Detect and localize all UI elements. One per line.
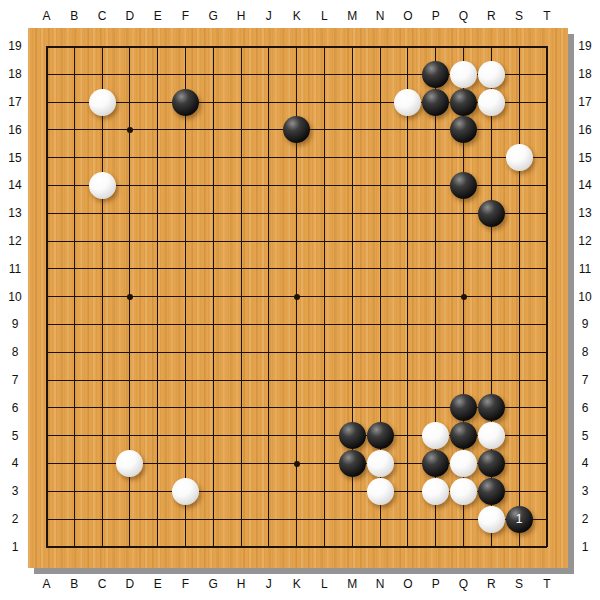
row-labels-left: 19181716151413121110987654321: [2, 33, 28, 561]
col-label-top-O: O: [394, 5, 422, 27]
intersection-M4: [338, 450, 366, 478]
row-label-right-5: 5: [572, 422, 598, 450]
intersection-D4: [116, 450, 144, 478]
stone-white-R18[interactable]: [478, 61, 505, 88]
col-label-bottom-D: D: [116, 573, 144, 595]
col-label-top-Q: Q: [450, 5, 478, 27]
stone-black-S2[interactable]: 1: [506, 506, 533, 533]
row-label-right-11: 11: [572, 255, 598, 283]
intersection-R17: [477, 88, 505, 116]
row-label-right-10: 10: [572, 283, 598, 311]
stone-white-P5[interactable]: [422, 422, 449, 449]
stone-black-P18[interactable]: [422, 61, 449, 88]
col-label-top-P: P: [422, 5, 450, 27]
row-label-left-7: 7: [2, 366, 28, 394]
col-label-top-E: E: [144, 5, 172, 27]
intersection-P17: [422, 88, 450, 116]
stone-black-Q17[interactable]: [450, 89, 477, 116]
stone-white-D4[interactable]: [116, 450, 143, 477]
stone-black-Q16[interactable]: [450, 116, 477, 143]
stone-white-N3[interactable]: [367, 478, 394, 505]
row-label-left-19: 19: [2, 33, 28, 61]
intersection-R6: [477, 394, 505, 422]
row-label-left-14: 14: [2, 172, 28, 200]
intersection-R2: [477, 505, 505, 533]
row-label-left-2: 2: [2, 505, 28, 533]
stone-black-P4[interactable]: [422, 450, 449, 477]
intersection-C14: [88, 172, 116, 200]
col-label-bottom-A: A: [33, 573, 61, 595]
intersection-Q5: [450, 422, 478, 450]
row-label-right-9: 9: [572, 311, 598, 339]
col-label-bottom-P: P: [422, 573, 450, 595]
col-label-bottom-G: G: [199, 573, 227, 595]
col-label-top-H: H: [227, 5, 255, 27]
stones-layer: 1: [33, 33, 561, 561]
row-label-left-15: 15: [2, 144, 28, 172]
intersection-M5: [338, 422, 366, 450]
row-label-right-12: 12: [572, 227, 598, 255]
col-label-bottom-B: B: [60, 573, 88, 595]
stone-white-R17[interactable]: [478, 89, 505, 116]
row-label-left-13: 13: [2, 199, 28, 227]
intersection-Q3: [450, 477, 478, 505]
col-label-top-G: G: [199, 5, 227, 27]
row-label-left-4: 4: [2, 450, 28, 478]
col-label-top-F: F: [172, 5, 200, 27]
col-label-bottom-S: S: [505, 573, 533, 595]
intersection-R13: [477, 199, 505, 227]
intersection-P5: [422, 422, 450, 450]
row-label-left-11: 11: [2, 255, 28, 283]
col-label-bottom-K: K: [283, 573, 311, 595]
intersection-Q4: [450, 450, 478, 478]
intersection-F17: [172, 88, 200, 116]
column-labels-bottom: ABCDEFGHJKLMNOPQRST: [33, 573, 561, 595]
intersection-Q18: [450, 60, 478, 88]
row-label-right-8: 8: [572, 338, 598, 366]
intersection-O17: [394, 88, 422, 116]
row-label-right-7: 7: [572, 366, 598, 394]
col-label-bottom-R: R: [477, 573, 505, 595]
col-label-bottom-N: N: [366, 573, 394, 595]
stone-white-Q4[interactable]: [450, 450, 477, 477]
intersection-R4: [477, 450, 505, 478]
col-label-top-K: K: [283, 5, 311, 27]
col-label-top-L: L: [311, 5, 339, 27]
stone-white-P3[interactable]: [422, 478, 449, 505]
stone-white-R2[interactable]: [478, 506, 505, 533]
col-label-bottom-E: E: [144, 573, 172, 595]
row-label-right-16: 16: [572, 116, 598, 144]
col-label-top-D: D: [116, 5, 144, 27]
stone-white-C14[interactable]: [89, 172, 116, 199]
intersection-Q14: [450, 172, 478, 200]
stone-black-M4[interactable]: [339, 450, 366, 477]
col-label-top-N: N: [366, 5, 394, 27]
intersection-P3: [422, 477, 450, 505]
row-label-left-5: 5: [2, 422, 28, 450]
stone-white-F3[interactable]: [172, 478, 199, 505]
stone-black-K16[interactable]: [283, 116, 310, 143]
row-label-right-17: 17: [572, 88, 598, 116]
col-label-top-M: M: [338, 5, 366, 27]
intersection-N3: [366, 477, 394, 505]
col-label-bottom-T: T: [533, 573, 561, 595]
row-label-left-16: 16: [2, 116, 28, 144]
row-label-left-8: 8: [2, 338, 28, 366]
row-label-left-9: 9: [2, 311, 28, 339]
col-label-bottom-L: L: [311, 573, 339, 595]
row-label-right-15: 15: [572, 144, 598, 172]
intersection-R18: [477, 60, 505, 88]
row-label-left-10: 10: [2, 283, 28, 311]
row-label-left-6: 6: [2, 394, 28, 422]
stone-white-O17[interactable]: [394, 89, 421, 116]
row-label-right-3: 3: [572, 477, 598, 505]
row-labels-right: 19181716151413121110987654321: [572, 33, 598, 561]
go-board[interactable]: 1: [28, 28, 568, 568]
col-label-bottom-O: O: [394, 573, 422, 595]
row-label-right-1: 1: [572, 533, 598, 561]
intersection-S2: 1: [505, 505, 533, 533]
col-label-top-S: S: [505, 5, 533, 27]
row-label-right-19: 19: [572, 33, 598, 61]
row-label-right-18: 18: [572, 60, 598, 88]
stone-black-Q5[interactable]: [450, 422, 477, 449]
stone-black-R3[interactable]: [478, 478, 505, 505]
col-label-bottom-M: M: [338, 573, 366, 595]
col-label-bottom-H: H: [227, 573, 255, 595]
intersection-Q6: [450, 394, 478, 422]
col-label-top-A: A: [33, 5, 61, 27]
col-label-top-R: R: [477, 5, 505, 27]
stone-black-Q6[interactable]: [450, 394, 477, 421]
row-label-left-17: 17: [2, 88, 28, 116]
col-label-bottom-J: J: [255, 573, 283, 595]
stone-white-Q3[interactable]: [450, 478, 477, 505]
stone-white-N4[interactable]: [367, 450, 394, 477]
intersection-P4: [422, 450, 450, 478]
row-label-left-1: 1: [2, 533, 28, 561]
intersection-C17: [88, 88, 116, 116]
col-label-bottom-F: F: [172, 573, 200, 595]
stone-black-P17[interactable]: [422, 89, 449, 116]
intersection-P18: [422, 60, 450, 88]
stone-black-N5[interactable]: [367, 422, 394, 449]
row-label-left-3: 3: [2, 477, 28, 505]
col-label-top-B: B: [60, 5, 88, 27]
go-diagram-screen: ABCDEFGHJKLMNOPQRST ABCDEFGHJKLMNOPQRST …: [0, 0, 600, 600]
stone-white-C17[interactable]: [89, 89, 116, 116]
intersection-N4: [366, 450, 394, 478]
row-label-right-2: 2: [572, 505, 598, 533]
col-label-top-J: J: [255, 5, 283, 27]
stone-white-R5[interactable]: [478, 422, 505, 449]
intersection-K16: [283, 116, 311, 144]
row-label-left-18: 18: [2, 60, 28, 88]
row-label-right-6: 6: [572, 394, 598, 422]
stone-black-M5[interactable]: [339, 422, 366, 449]
intersection-Q16: [450, 116, 478, 144]
intersection-S15: [505, 144, 533, 172]
stone-black-F17[interactable]: [172, 89, 199, 116]
intersection-Q17: [450, 88, 478, 116]
move-number-label: 1: [516, 513, 523, 525]
col-label-bottom-C: C: [88, 573, 116, 595]
intersection-R5: [477, 422, 505, 450]
col-label-top-C: C: [88, 5, 116, 27]
col-label-bottom-Q: Q: [450, 573, 478, 595]
stone-white-S15[interactable]: [506, 144, 533, 171]
row-label-right-4: 4: [572, 450, 598, 478]
row-label-right-13: 13: [572, 199, 598, 227]
stone-black-R13[interactable]: [478, 200, 505, 227]
row-label-left-12: 12: [2, 227, 28, 255]
stone-black-R4[interactable]: [478, 450, 505, 477]
stone-white-Q18[interactable]: [450, 61, 477, 88]
stone-black-Q14[interactable]: [450, 172, 477, 199]
intersection-R3: [477, 477, 505, 505]
row-label-right-14: 14: [572, 172, 598, 200]
column-labels-top: ABCDEFGHJKLMNOPQRST: [33, 5, 561, 27]
stone-black-R6[interactable]: [478, 394, 505, 421]
intersection-F3: [172, 477, 200, 505]
col-label-top-T: T: [533, 5, 561, 27]
intersection-N5: [366, 422, 394, 450]
